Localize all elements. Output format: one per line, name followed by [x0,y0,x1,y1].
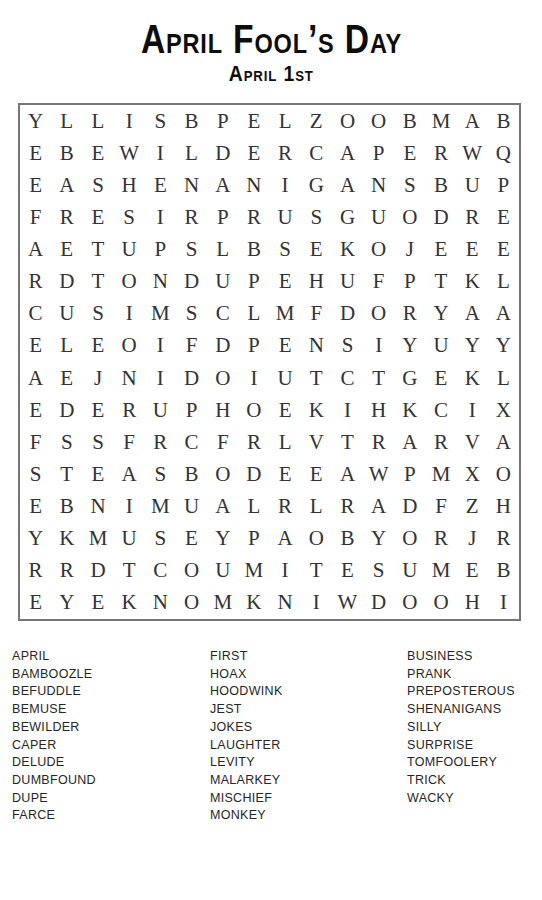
word-item: DELUDE [12,754,96,772]
grid-cell: R [425,137,456,169]
grid-cell: E [82,201,113,233]
grid-cell: O [394,201,425,233]
grid-cell: A [457,298,488,330]
grid-cell: Y [457,330,488,362]
grid-cell: P [394,458,425,490]
grid-cell: T [51,458,82,490]
grid-cell: E [20,394,51,426]
grid-cell: T [114,555,145,587]
grid-cell: K [51,523,82,555]
grid-cell: A [457,105,488,137]
grid-cell: R [20,266,51,298]
grid-cell: S [51,426,82,458]
grid-cell: I [270,169,301,201]
grid-cell: R [457,201,488,233]
grid-cell: K [114,587,145,619]
grid-cell: I [114,491,145,523]
grid-cell: Q [488,137,519,169]
grid-cell: L [488,266,519,298]
grid-cell: O [332,105,363,137]
grid-cell: B [51,137,82,169]
word-item: BEWILDER [12,719,96,737]
grid-cell: H [488,491,519,523]
grid-cell: R [145,426,176,458]
grid-cell: M [145,298,176,330]
grid-cell: E [145,169,176,201]
grid-cell: I [363,330,394,362]
grid-cell: J [457,523,488,555]
grid-cell: D [425,201,456,233]
grid-cell: S [301,201,332,233]
grid-cell: A [363,491,394,523]
grid-cell: F [207,426,238,458]
grid-cell: C [301,137,332,169]
grid-cell: T [82,234,113,266]
word-item: BAMBOOZLE [12,666,96,684]
grid-cell: T [301,362,332,394]
word-item: APRIL [12,648,96,666]
grid-cell: P [176,394,207,426]
grid-cell: J [82,362,113,394]
grid-cell: E [51,362,82,394]
grid-cell: M [238,555,269,587]
grid-cell: A [332,169,363,201]
word-item: PRANK [407,666,515,684]
grid-cell: B [488,555,519,587]
grid-cell: O [301,523,332,555]
grid-cell: R [425,523,456,555]
word-item: BEFUDDLE [12,683,96,701]
grid-cell: I [145,362,176,394]
grid-cell: B [176,105,207,137]
grid-cell: E [82,137,113,169]
grid-cell: M [82,523,113,555]
grid-cell: E [20,137,51,169]
grid-cell: A [488,426,519,458]
grid-cell: O [488,458,519,490]
grid-cell: E [20,330,51,362]
grid-cell: G [301,169,332,201]
grid-cell: X [488,394,519,426]
grid-cell: E [457,555,488,587]
grid-cell: Z [457,491,488,523]
grid-cell: B [238,234,269,266]
grid-cell: A [332,137,363,169]
grid-cell: P [363,137,394,169]
grid-cell: C [145,555,176,587]
grid-cell: B [176,458,207,490]
grid-cell: E [394,137,425,169]
grid-cell: A [394,426,425,458]
grid-cell: W [457,137,488,169]
grid-cell: S [270,234,301,266]
word-item: BUSINESS [407,648,515,666]
grid-cell: U [207,555,238,587]
grid-cell: E [238,105,269,137]
grid-cell: P [488,169,519,201]
grid-cell: S [82,169,113,201]
grid-cell: F [20,426,51,458]
word-list-column: FIRSTHOAXHOODWINKJESTJOKESLAUGHTERLEVITY… [210,648,283,825]
grid-cell: O [176,587,207,619]
grid-cell: S [114,201,145,233]
grid-cell: L [207,234,238,266]
grid-cell: A [51,169,82,201]
grid-cell: U [270,201,301,233]
grid-cell: R [51,555,82,587]
page-subtitle-row: April 1st [0,62,542,86]
grid-cell: U [145,394,176,426]
grid-cell: E [238,137,269,169]
page-subtitle: April 1st [228,62,313,86]
grid-cell: X [457,458,488,490]
grid-cell: K [301,394,332,426]
grid-cell: F [363,266,394,298]
grid-cell: U [176,491,207,523]
grid-cell: L [51,105,82,137]
grid-cell: R [51,201,82,233]
grid-cell: Y [363,523,394,555]
grid-cell: B [394,105,425,137]
grid-cell: I [301,587,332,619]
grid-cell: C [207,298,238,330]
grid-cell: A [270,523,301,555]
grid-cell: T [301,555,332,587]
grid-cell: C [332,362,363,394]
grid-cell: A [20,234,51,266]
grid-cell: S [176,298,207,330]
grid-cell: D [51,394,82,426]
grid-cell: D [207,137,238,169]
grid-cell: U [363,201,394,233]
grid-cell: A [332,458,363,490]
grid-cell: N [82,491,113,523]
grid-cell: F [425,491,456,523]
grid-cell: V [457,426,488,458]
grid-cell: N [301,330,332,362]
word-item: FARCE [12,807,96,825]
grid-cell: A [20,362,51,394]
page-title: April Fool’s Day [140,16,401,62]
grid-cell: T [363,362,394,394]
grid-cell: K [457,362,488,394]
grid-cell: O [425,587,456,619]
grid-cell: S [332,330,363,362]
grid-cell: M [425,458,456,490]
grid-cell: S [176,234,207,266]
grid-cell: E [457,234,488,266]
word-list-column: BUSINESSPRANKPREPOSTEROUSSHENANIGANSSILL… [407,648,515,807]
grid-cell: K [332,234,363,266]
word-item: PREPOSTEROUS [407,683,515,701]
grid-cell: M [425,555,456,587]
grid-cell: R [488,523,519,555]
grid-cell: M [425,105,456,137]
grid-cell: S [394,169,425,201]
grid-cell: U [457,169,488,201]
grid-cell: T [332,426,363,458]
grid-cell: R [270,491,301,523]
grid-cell: L [301,491,332,523]
grid-cell: O [363,105,394,137]
grid-cell: L [488,362,519,394]
grid-cell: S [145,523,176,555]
grid-cell: D [394,491,425,523]
grid-cell: D [238,458,269,490]
grid-cell: L [51,330,82,362]
grid-cell: F [20,201,51,233]
grid-cell: R [332,491,363,523]
grid-cell: R [363,426,394,458]
grid-cell: E [301,234,332,266]
grid-cell: A [207,491,238,523]
grid-cell: E [270,458,301,490]
grid-cell: S [82,298,113,330]
grid-cell: P [238,523,269,555]
grid-cell: I [238,362,269,394]
grid-cell: D [207,330,238,362]
word-item: MISCHIEF [210,790,283,808]
word-item: FIRST [210,648,283,666]
grid-cell: H [114,169,145,201]
grid-cell: U [114,523,145,555]
grid-cell: I [457,394,488,426]
grid-cell: E [20,587,51,619]
grid-cell: D [176,266,207,298]
grid-cell: E [270,266,301,298]
word-item: JOKES [210,719,283,737]
grid-cell: M [207,587,238,619]
grid-cell: Y [51,587,82,619]
grid-cell: D [176,362,207,394]
word-item: MALARKEY [210,772,283,790]
grid-cell: O [114,330,145,362]
grid-cell: Y [20,523,51,555]
grid-cell: D [363,587,394,619]
word-item: HOAX [210,666,283,684]
grid-cell: E [20,169,51,201]
word-item: DUMBFOUND [12,772,96,790]
grid-cell: U [394,555,425,587]
grid-cell: E [20,491,51,523]
grid-cell: C [20,298,51,330]
grid-cell: Z [301,105,332,137]
grid-cell: I [114,298,145,330]
grid-cell: H [457,587,488,619]
grid-cell: S [363,555,394,587]
grid-cell: A [207,169,238,201]
grid-cell: E [82,330,113,362]
grid-cell: U [51,298,82,330]
grid-cell: B [488,105,519,137]
grid-cell: S [145,458,176,490]
grid-cell: N [145,266,176,298]
grid-cell: F [114,426,145,458]
grid-cell: B [425,169,456,201]
grid-cell: P [207,105,238,137]
grid-cell: P [238,330,269,362]
word-item: TOMFOOLERY [407,754,515,772]
grid-cell: O [363,234,394,266]
word-item: SHENANIGANS [407,701,515,719]
word-item: SILLY [407,719,515,737]
grid-cell: E [488,201,519,233]
grid-cell: Y [488,330,519,362]
grid-cell: B [51,491,82,523]
grid-cell: I [114,105,145,137]
grid-cell: E [301,458,332,490]
grid-cell: U [207,266,238,298]
grid-cell: H [363,394,394,426]
grid-cell: L [238,298,269,330]
grid-cell: T [425,266,456,298]
grid-cell: R [270,137,301,169]
grid-cell: P [207,201,238,233]
grid-cell: Y [394,330,425,362]
grid-cell: D [82,555,113,587]
grid-cell: H [301,266,332,298]
grid-cell: D [332,298,363,330]
grid-cell: E [176,523,207,555]
page-title-row: April Fool’s Day [0,16,542,62]
grid-cell: R [238,426,269,458]
grid-cell: L [176,137,207,169]
grid-cell: O [176,555,207,587]
grid-cell: B [332,523,363,555]
grid-cell: N [363,169,394,201]
grid-cell: N [145,587,176,619]
word-item: LEVITY [210,754,283,772]
grid-cell: E [270,394,301,426]
word-item: DUPE [12,790,96,808]
grid-cell: N [114,362,145,394]
grid-cell: R [394,298,425,330]
word-item: MONKEY [210,807,283,825]
grid-cell: W [363,458,394,490]
grid-cell: O [238,394,269,426]
word-item: BEMUSE [12,701,96,719]
grid-cell: N [238,169,269,201]
grid-cell: G [332,201,363,233]
grid-cell: S [82,426,113,458]
grid-cell: Y [20,105,51,137]
grid-cell: S [145,105,176,137]
grid-cell: E [332,555,363,587]
grid-cell: E [82,394,113,426]
grid-cell: E [82,458,113,490]
grid-cell: Y [207,523,238,555]
grid-cell: N [270,587,301,619]
grid-cell: H [207,394,238,426]
grid-cell: J [394,234,425,266]
grid-cell: S [20,458,51,490]
grid-cell: L [270,426,301,458]
grid-cell: R [425,426,456,458]
grid-cell: G [394,362,425,394]
grid-cell: F [176,330,207,362]
grid-cell: U [270,362,301,394]
grid-cell: M [270,298,301,330]
grid-cell: I [332,394,363,426]
word-item: HOODWINK [210,683,283,701]
grid-cell: A [114,458,145,490]
grid-cell: U [425,330,456,362]
grid-cell: U [332,266,363,298]
grid-cell: W [332,587,363,619]
word-search-grid: YLLISBPELZOOBMABEBEWILDERCAPERWQEASHENAN… [18,103,521,621]
word-item: SURPRISE [407,737,515,755]
grid-cell: P [238,266,269,298]
grid-cell: R [20,555,51,587]
grid-cell: Y [425,298,456,330]
grid-cell: L [238,491,269,523]
grid-cell: I [488,587,519,619]
grid-cell: O [207,362,238,394]
word-list-column: APRILBAMBOOZLEBEFUDDLEBEMUSEBEWILDERCAPE… [12,648,96,825]
grid-cell: E [425,234,456,266]
grid-cell: P [145,234,176,266]
word-item: WACKY [407,790,515,808]
grid-cell: D [51,266,82,298]
grid-cell: E [425,362,456,394]
grid-cell: K [394,394,425,426]
grid-cell: C [425,394,456,426]
grid-cell: R [176,201,207,233]
grid-cell: C [176,426,207,458]
grid-cell: F [301,298,332,330]
grid-cell: W [114,137,145,169]
word-item: CAPER [12,737,96,755]
grid-cell: N [176,169,207,201]
grid-cell: E [82,587,113,619]
grid-cell: E [270,330,301,362]
grid-cell: A [488,298,519,330]
word-item: LAUGHTER [210,737,283,755]
grid-cell: O [363,298,394,330]
grid-cell: T [82,266,113,298]
grid-cell: I [145,201,176,233]
grid-cell: O [114,266,145,298]
grid-cell: V [301,426,332,458]
word-item: JEST [210,701,283,719]
grid-cell: I [145,137,176,169]
grid-cell: I [270,555,301,587]
grid-cell: K [457,266,488,298]
grid-cell: O [207,458,238,490]
grid-cell: L [270,105,301,137]
word-item: TRICK [407,772,515,790]
grid-cell: E [488,234,519,266]
grid-cell: E [51,234,82,266]
grid-cell: K [238,587,269,619]
puzzle-header: April Fool’s Day April 1st [0,16,542,86]
grid-cell: L [82,105,113,137]
grid-cell: U [114,234,145,266]
grid-cell: M [145,491,176,523]
grid-cell: O [394,523,425,555]
grid-cell: O [394,587,425,619]
grid-cell: R [114,394,145,426]
grid-cell: I [145,330,176,362]
grid-cell: P [394,266,425,298]
grid-cell: R [238,201,269,233]
